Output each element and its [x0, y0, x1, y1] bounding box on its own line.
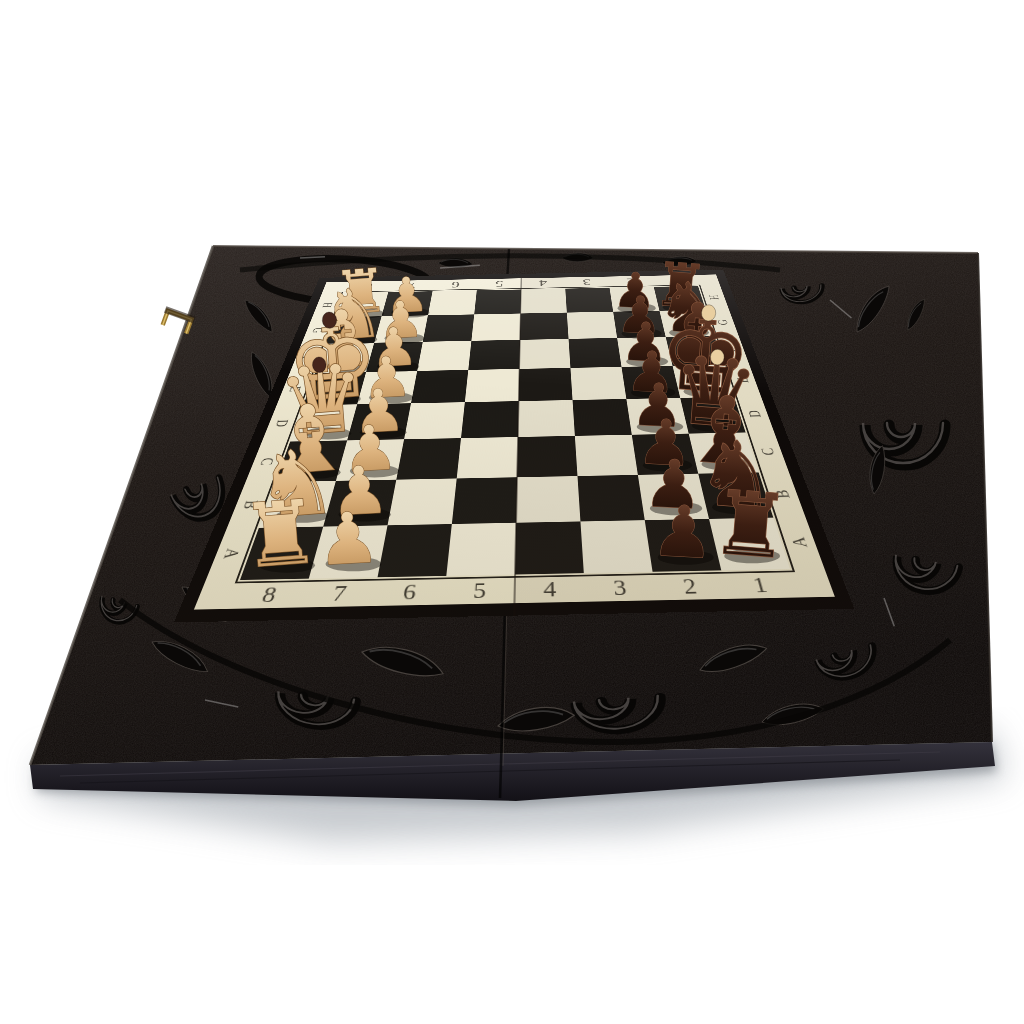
chess-set-photo: 8765432187654321ABCDEFGHABCDEFGH ♜♟♟♜♞♟♟… [0, 0, 1024, 1024]
piece-dark-rook[interactable]: ♜ [707, 471, 793, 579]
piece-dark-pawn[interactable]: ♟ [649, 490, 716, 575]
pieces-layer: ♜♟♟♜♞♟♟♞♝♟♟♝♚♟♟♚♛♟♟♛♝♟♟♝♞♟♟♞♜♟♟♜ [0, 0, 1024, 1024]
piece-white-rook[interactable]: ♜ [237, 481, 323, 589]
piece-white-pawn[interactable]: ♟ [315, 496, 382, 581]
